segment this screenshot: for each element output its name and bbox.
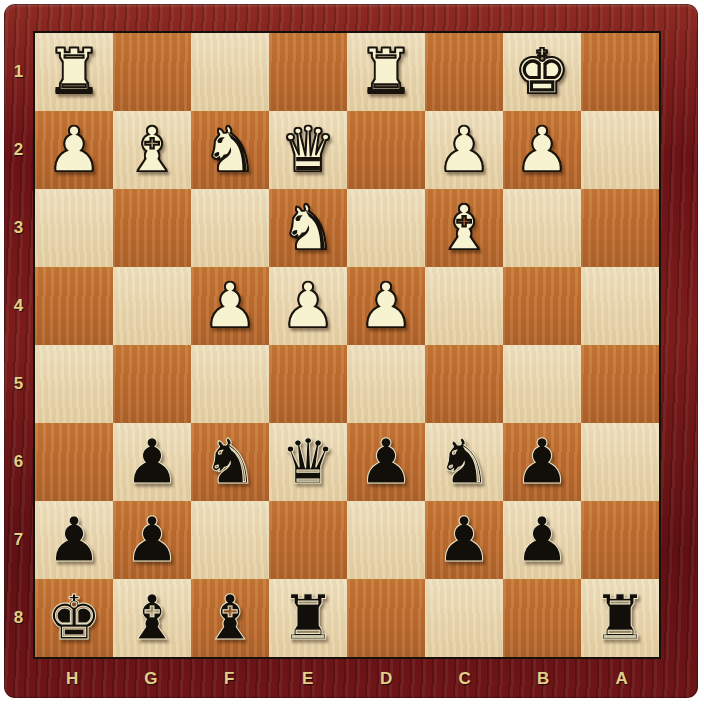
square-e5[interactable]	[269, 345, 347, 423]
piece-wP-h2: ♟	[46, 119, 102, 181]
piece-bP-g6: ♟	[124, 431, 180, 493]
square-g4[interactable]	[113, 267, 191, 345]
square-e4[interactable]: ♟	[269, 267, 347, 345]
rank-label-2: 2	[4, 111, 33, 189]
square-d1[interactable]: ♜	[347, 33, 425, 111]
square-h1[interactable]: ♜	[35, 33, 113, 111]
square-g7[interactable]: ♟	[113, 501, 191, 579]
square-f7[interactable]	[191, 501, 269, 579]
square-a2[interactable]	[581, 111, 659, 189]
file-labels: HGFEDCBA	[33, 659, 661, 698]
square-g3[interactable]	[113, 189, 191, 267]
square-b3[interactable]	[503, 189, 581, 267]
square-c2[interactable]: ♟	[425, 111, 503, 189]
square-f1[interactable]	[191, 33, 269, 111]
piece-bN-f6: ♞	[202, 431, 258, 493]
piece-bQ-e6: ♛	[280, 431, 336, 493]
square-h3[interactable]	[35, 189, 113, 267]
piece-wQ-e2: ♛	[280, 119, 336, 181]
piece-wP-f4: ♟	[202, 275, 258, 337]
piece-wB-g2: ♝	[124, 119, 180, 181]
file-label-h: H	[33, 659, 112, 698]
piece-bB-g8: ♝	[124, 587, 180, 649]
square-a8[interactable]: ♜	[581, 579, 659, 657]
square-g5[interactable]	[113, 345, 191, 423]
square-h4[interactable]	[35, 267, 113, 345]
square-h5[interactable]	[35, 345, 113, 423]
piece-wB-c3: ♝	[436, 197, 492, 259]
piece-bP-h7: ♟	[46, 509, 102, 571]
piece-bB-f8: ♝	[202, 587, 258, 649]
rank-label-4: 4	[4, 267, 33, 345]
file-label-d: D	[347, 659, 426, 698]
square-f5[interactable]	[191, 345, 269, 423]
square-d7[interactable]	[347, 501, 425, 579]
piece-bN-c6: ♞	[436, 431, 492, 493]
square-h6[interactable]	[35, 423, 113, 501]
square-g2[interactable]: ♝	[113, 111, 191, 189]
file-label-c: C	[426, 659, 505, 698]
square-d8[interactable]	[347, 579, 425, 657]
rank-label-7: 7	[4, 501, 33, 579]
square-c5[interactable]	[425, 345, 503, 423]
piece-bP-b6: ♟	[514, 431, 570, 493]
square-b6[interactable]: ♟	[503, 423, 581, 501]
square-b7[interactable]: ♟	[503, 501, 581, 579]
square-d2[interactable]	[347, 111, 425, 189]
square-a6[interactable]	[581, 423, 659, 501]
square-e8[interactable]: ♜	[269, 579, 347, 657]
piece-bP-b7: ♟	[514, 509, 570, 571]
square-e1[interactable]	[269, 33, 347, 111]
piece-bR-a8: ♜	[592, 587, 648, 649]
piece-wR-d1: ♜	[358, 41, 414, 103]
rank-label-5: 5	[4, 345, 33, 423]
square-b8[interactable]	[503, 579, 581, 657]
square-h8[interactable]: ♚	[35, 579, 113, 657]
square-f4[interactable]: ♟	[191, 267, 269, 345]
square-f3[interactable]	[191, 189, 269, 267]
file-label-f: F	[190, 659, 269, 698]
square-b2[interactable]: ♟	[503, 111, 581, 189]
square-h7[interactable]: ♟	[35, 501, 113, 579]
rank-label-3: 3	[4, 189, 33, 267]
rank-labels: 12345678	[4, 33, 33, 657]
square-c6[interactable]: ♞	[425, 423, 503, 501]
piece-bR-e8: ♜	[280, 587, 336, 649]
square-g6[interactable]: ♟	[113, 423, 191, 501]
square-f2[interactable]: ♞	[191, 111, 269, 189]
square-c7[interactable]: ♟	[425, 501, 503, 579]
piece-wK-b1: ♚	[514, 41, 570, 103]
rank-label-8: 8	[4, 579, 33, 657]
square-a7[interactable]	[581, 501, 659, 579]
square-c4[interactable]	[425, 267, 503, 345]
square-c1[interactable]	[425, 33, 503, 111]
square-a5[interactable]	[581, 345, 659, 423]
square-b4[interactable]	[503, 267, 581, 345]
chess-board: ♜♜♚♟♝♞♛♟♟♞♝♟♟♟♟♞♛♟♞♟♟♟♟♟♚♝♝♜♜	[33, 31, 661, 659]
square-c3[interactable]: ♝	[425, 189, 503, 267]
piece-bP-d6: ♟	[358, 431, 414, 493]
square-e6[interactable]: ♛	[269, 423, 347, 501]
square-e2[interactable]: ♛	[269, 111, 347, 189]
square-a4[interactable]	[581, 267, 659, 345]
square-g8[interactable]: ♝	[113, 579, 191, 657]
piece-bP-c7: ♟	[436, 509, 492, 571]
piece-wR-h1: ♜	[46, 41, 102, 103]
piece-wP-d4: ♟	[358, 275, 414, 337]
piece-wN-e3: ♞	[280, 197, 336, 259]
file-label-b: B	[504, 659, 583, 698]
piece-wP-b2: ♟	[514, 119, 570, 181]
piece-wN-f2: ♞	[202, 119, 258, 181]
square-a3[interactable]	[581, 189, 659, 267]
piece-wP-c2: ♟	[436, 119, 492, 181]
square-d4[interactable]: ♟	[347, 267, 425, 345]
square-b1[interactable]: ♚	[503, 33, 581, 111]
chess-diagram: 12345678 ♜♜♚♟♝♞♛♟♟♞♝♟♟♟♟♞♛♟♞♟♟♟♟♟♚♝♝♜♜ H…	[0, 0, 704, 704]
square-d5[interactable]	[347, 345, 425, 423]
square-f6[interactable]: ♞	[191, 423, 269, 501]
file-label-g: G	[112, 659, 191, 698]
file-label-e: E	[269, 659, 348, 698]
square-d3[interactable]	[347, 189, 425, 267]
piece-bP-g7: ♟	[124, 509, 180, 571]
piece-wP-e4: ♟	[280, 275, 336, 337]
square-c8[interactable]	[425, 579, 503, 657]
file-label-a: A	[583, 659, 662, 698]
square-g1[interactable]	[113, 33, 191, 111]
square-a1[interactable]	[581, 33, 659, 111]
square-e3[interactable]: ♞	[269, 189, 347, 267]
square-d6[interactable]: ♟	[347, 423, 425, 501]
square-h2[interactable]: ♟	[35, 111, 113, 189]
rank-label-1: 1	[4, 33, 33, 111]
square-f8[interactable]: ♝	[191, 579, 269, 657]
square-b5[interactable]	[503, 345, 581, 423]
piece-bK-h8: ♚	[46, 587, 102, 649]
rank-label-6: 6	[4, 423, 33, 501]
square-e7[interactable]	[269, 501, 347, 579]
